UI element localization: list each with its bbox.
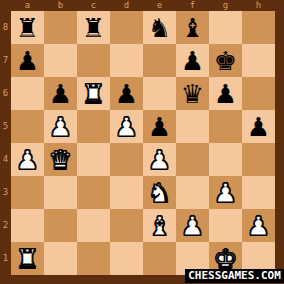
file-label-d: d	[110, 0, 143, 11]
square-h5: ♟	[242, 110, 275, 143]
square-f6: ♛	[176, 77, 209, 110]
white-rook-piece: ♜	[16, 246, 39, 272]
black-pawn-piece: ♟	[247, 114, 270, 140]
square-b4: ♛	[44, 143, 77, 176]
chess-board: ♜♜♞♝♟♟♚♟♜♟♛♟♟♟♟♟♟♛♟♞♟♝♟♟♜♚	[11, 11, 275, 275]
white-pawn-piece: ♟	[148, 147, 171, 173]
rank-label-8: 8	[0, 11, 11, 44]
square-c4	[77, 143, 110, 176]
square-b5: ♟	[44, 110, 77, 143]
square-d8	[110, 11, 143, 44]
black-rook-piece: ♜	[82, 15, 105, 41]
square-h3	[242, 176, 275, 209]
square-a1: ♜	[11, 242, 44, 275]
file-label-h: h	[242, 0, 275, 11]
square-b7	[44, 44, 77, 77]
black-queen-piece: ♛	[181, 81, 204, 107]
square-h7	[242, 44, 275, 77]
rank-label-7: 7	[0, 44, 11, 77]
chess-diagram: abcdefgh 87654321 ♜♜♞♝♟♟♚♟♜♟♛♟♟♟♟♟♟♛♟♞♟♝…	[0, 0, 284, 284]
white-pawn-piece: ♟	[214, 180, 237, 206]
square-a3	[11, 176, 44, 209]
black-rook-piece: ♜	[16, 15, 39, 41]
square-e2: ♝	[143, 209, 176, 242]
square-a8: ♜	[11, 11, 44, 44]
rank-label-5: 5	[0, 110, 11, 143]
square-c8: ♜	[77, 11, 110, 44]
square-c3	[77, 176, 110, 209]
white-bishop-piece: ♝	[148, 213, 171, 239]
square-c7	[77, 44, 110, 77]
square-b1	[44, 242, 77, 275]
square-d1	[110, 242, 143, 275]
file-label-a: a	[11, 0, 44, 11]
file-label-g: g	[209, 0, 242, 11]
square-c2	[77, 209, 110, 242]
square-g6: ♟	[209, 77, 242, 110]
square-h6	[242, 77, 275, 110]
square-f8: ♝	[176, 11, 209, 44]
square-c5	[77, 110, 110, 143]
square-e1	[143, 242, 176, 275]
square-d6: ♟	[110, 77, 143, 110]
black-pawn-piece: ♟	[214, 81, 237, 107]
square-a2	[11, 209, 44, 242]
square-a6	[11, 77, 44, 110]
file-label-f: f	[176, 0, 209, 11]
rank-labels: 87654321	[0, 11, 11, 275]
square-d4	[110, 143, 143, 176]
black-king-piece: ♚	[214, 48, 237, 74]
square-f5	[176, 110, 209, 143]
square-e5: ♟	[143, 110, 176, 143]
black-pawn-piece: ♟	[148, 114, 171, 140]
square-f2: ♟	[176, 209, 209, 242]
file-labels: abcdefgh	[11, 0, 275, 11]
square-d2	[110, 209, 143, 242]
black-pawn-piece: ♟	[49, 81, 72, 107]
square-h2: ♟	[242, 209, 275, 242]
white-pawn-piece: ♟	[115, 114, 138, 140]
file-label-c: c	[77, 0, 110, 11]
chessgames-watermark: CHESSGAMES.COM	[185, 269, 284, 283]
square-e7	[143, 44, 176, 77]
square-b8	[44, 11, 77, 44]
square-d3	[110, 176, 143, 209]
rank-label-3: 3	[0, 176, 11, 209]
file-label-e: e	[143, 0, 176, 11]
square-g8	[209, 11, 242, 44]
white-knight-piece: ♞	[148, 180, 171, 206]
square-b3	[44, 176, 77, 209]
black-pawn-piece: ♟	[16, 48, 39, 74]
square-g2	[209, 209, 242, 242]
rank-label-2: 2	[0, 209, 11, 242]
white-pawn-piece: ♟	[16, 147, 39, 173]
black-pawn-piece: ♟	[115, 81, 138, 107]
black-knight-piece: ♞	[148, 15, 171, 41]
square-g7: ♚	[209, 44, 242, 77]
square-g4	[209, 143, 242, 176]
square-b2	[44, 209, 77, 242]
rank-label-6: 6	[0, 77, 11, 110]
square-c1	[77, 242, 110, 275]
square-d7	[110, 44, 143, 77]
square-d5: ♟	[110, 110, 143, 143]
square-g5	[209, 110, 242, 143]
white-pawn-piece: ♟	[49, 114, 72, 140]
square-h4	[242, 143, 275, 176]
black-bishop-piece: ♝	[181, 15, 204, 41]
white-pawn-piece: ♟	[181, 213, 204, 239]
white-rook-piece: ♜	[82, 81, 105, 107]
square-g3: ♟	[209, 176, 242, 209]
square-e6	[143, 77, 176, 110]
white-king-piece: ♚	[214, 246, 237, 272]
square-a7: ♟	[11, 44, 44, 77]
square-c6: ♜	[77, 77, 110, 110]
square-h8	[242, 11, 275, 44]
black-pawn-piece: ♟	[181, 48, 204, 74]
square-e3: ♞	[143, 176, 176, 209]
square-a5	[11, 110, 44, 143]
square-a4: ♟	[11, 143, 44, 176]
file-label-b: b	[44, 0, 77, 11]
square-e8: ♞	[143, 11, 176, 44]
square-f4	[176, 143, 209, 176]
square-f3	[176, 176, 209, 209]
square-e4: ♟	[143, 143, 176, 176]
square-f7: ♟	[176, 44, 209, 77]
rank-label-4: 4	[0, 143, 11, 176]
square-b6: ♟	[44, 77, 77, 110]
white-queen-piece: ♛	[49, 147, 72, 173]
rank-label-1: 1	[0, 242, 11, 275]
white-pawn-piece: ♟	[247, 213, 270, 239]
